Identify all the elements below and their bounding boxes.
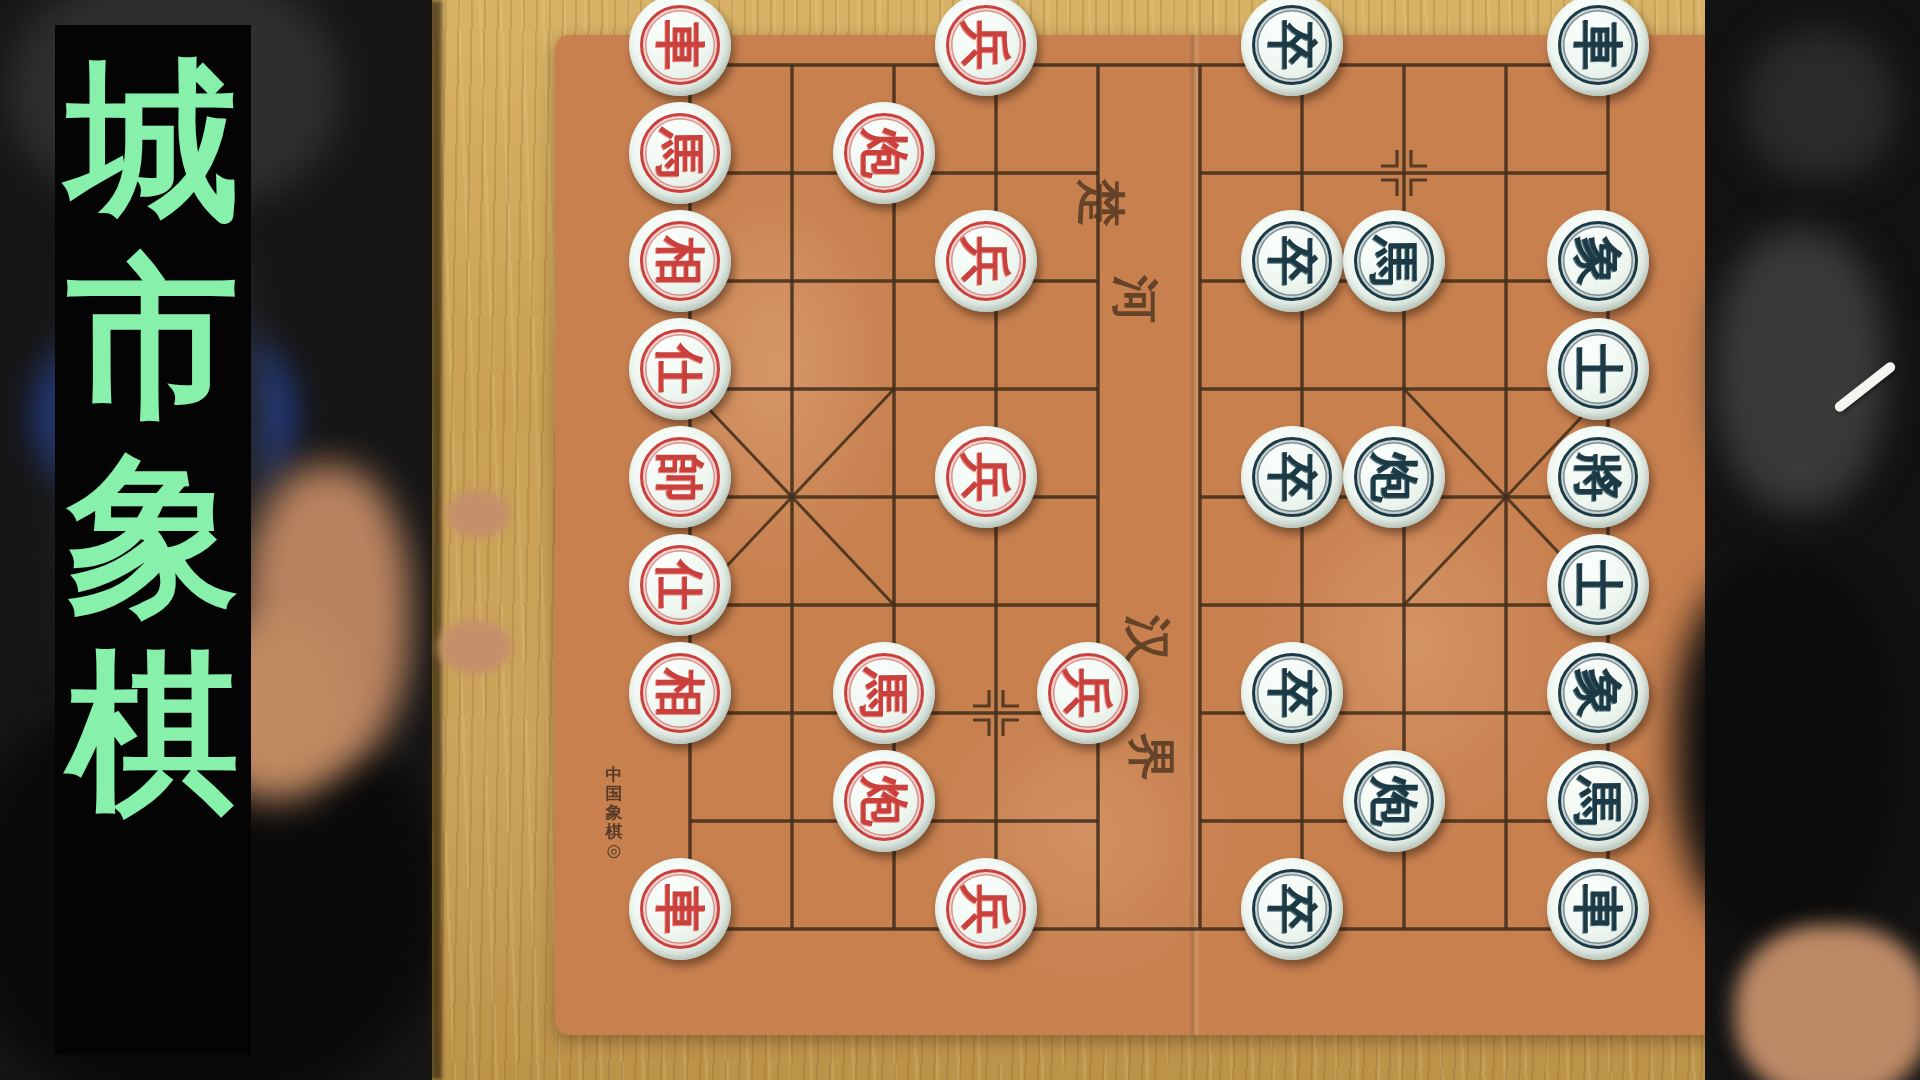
- piece-black-soldier[interactable]: 卒: [1241, 426, 1343, 528]
- red-soldier-ring: 兵: [946, 869, 1026, 949]
- red-horse-ring: 馬: [844, 653, 924, 733]
- banner-char-3: 象: [55, 437, 251, 634]
- piece-red-elephant[interactable]: 相: [629, 642, 731, 744]
- black-advisor-ring: 士: [1558, 329, 1638, 409]
- red-soldier-character: 兵: [1063, 668, 1113, 718]
- piece-red-advisor[interactable]: 仕: [629, 318, 731, 420]
- red-soldier-character: 兵: [961, 884, 1011, 934]
- black-cannon-ring: 炮: [1354, 761, 1434, 841]
- black-advisor-ring: 士: [1558, 545, 1638, 625]
- piece-red-cannon[interactable]: 炮: [833, 102, 935, 204]
- red-horse-ring: 馬: [640, 113, 720, 193]
- black-soldier-ring: 卒: [1252, 221, 1332, 301]
- river-text-chu: 楚: [1069, 179, 1133, 227]
- red-advisor-character: 仕: [655, 560, 705, 610]
- piece-red-soldier[interactable]: 兵: [1037, 642, 1139, 744]
- red-soldier-ring: 兵: [1048, 653, 1128, 733]
- red-cannon-ring: 炮: [844, 113, 924, 193]
- banner-char-4: 棋: [55, 634, 251, 831]
- piece-black-chariot[interactable]: 車: [1547, 858, 1649, 960]
- board-grid: [555, 35, 1720, 1035]
- piece-black-soldier[interactable]: 卒: [1241, 642, 1343, 744]
- red-soldier-character: 兵: [961, 236, 1011, 286]
- river-text-jie: 界: [1119, 733, 1183, 781]
- black-soldier-character: 卒: [1267, 236, 1317, 286]
- red-chariot-ring: 車: [640, 869, 720, 949]
- piece-black-soldier[interactable]: 卒: [1241, 858, 1343, 960]
- red-elephant-character: 相: [655, 236, 705, 286]
- black-soldier-character: 卒: [1267, 884, 1317, 934]
- piece-red-advisor[interactable]: 仕: [629, 534, 731, 636]
- black-general-ring: 將: [1558, 437, 1638, 517]
- piece-black-cannon[interactable]: 炮: [1343, 750, 1445, 852]
- banner-char-2: 市: [55, 240, 251, 437]
- black-cannon-ring: 炮: [1354, 437, 1434, 517]
- black-soldier-ring: 卒: [1252, 869, 1332, 949]
- piece-black-advisor[interactable]: 士: [1547, 318, 1649, 420]
- piece-black-cannon[interactable]: 炮: [1343, 426, 1445, 528]
- black-soldier-ring: 卒: [1252, 437, 1332, 517]
- piece-red-horse[interactable]: 馬: [629, 102, 731, 204]
- black-horse-ring: 馬: [1558, 761, 1638, 841]
- red-advisor-character: 仕: [655, 344, 705, 394]
- black-cannon-character: 炮: [1369, 776, 1419, 826]
- piece-red-cannon[interactable]: 炮: [833, 750, 935, 852]
- black-soldier-ring: 卒: [1252, 5, 1332, 85]
- piece-red-soldier[interactable]: 兵: [935, 426, 1037, 528]
- hand: [1735, 925, 1920, 1080]
- black-advisor-character: 士: [1573, 344, 1623, 394]
- black-general-character: 將: [1573, 452, 1623, 502]
- river-text-han: 汉: [1115, 615, 1179, 663]
- red-horse-character: 馬: [859, 668, 909, 718]
- red-soldier-ring: 兵: [946, 221, 1026, 301]
- black-elephant-character: 象: [1573, 668, 1623, 718]
- piece-red-soldier[interactable]: 兵: [935, 858, 1037, 960]
- board-brand-text: 中国象棋◎: [603, 765, 625, 860]
- red-general-character: 帥: [655, 452, 705, 502]
- piece-black-elephant[interactable]: 象: [1547, 210, 1649, 312]
- piece-red-chariot[interactable]: 車: [629, 858, 731, 960]
- black-soldier-character: 卒: [1267, 668, 1317, 718]
- piece-black-horse[interactable]: 馬: [1547, 750, 1649, 852]
- title-banner: 城 市 象 棋: [55, 25, 251, 1055]
- black-elephant-ring: 象: [1558, 653, 1638, 733]
- red-elephant-character: 相: [655, 668, 705, 718]
- red-chariot-character: 車: [655, 884, 705, 934]
- black-soldier-character: 卒: [1267, 20, 1317, 70]
- red-soldier-character: 兵: [961, 20, 1011, 70]
- red-soldier-ring: 兵: [946, 437, 1026, 517]
- piece-black-general[interactable]: 將: [1547, 426, 1649, 528]
- red-elephant-ring: 相: [640, 221, 720, 301]
- piece-black-horse[interactable]: 馬: [1343, 210, 1445, 312]
- black-chariot-ring: 車: [1558, 5, 1638, 85]
- red-elephant-ring: 相: [640, 653, 720, 733]
- black-soldier-character: 卒: [1267, 452, 1317, 502]
- table-edge: [430, 0, 442, 1080]
- black-cannon-character: 炮: [1369, 452, 1419, 502]
- red-chariot-character: 車: [655, 20, 705, 70]
- piece-red-elephant[interactable]: 相: [629, 210, 731, 312]
- black-chariot-ring: 車: [1558, 869, 1638, 949]
- river-text-he: 河: [1103, 275, 1167, 323]
- finger: [438, 620, 512, 674]
- red-chariot-ring: 車: [640, 5, 720, 85]
- red-cannon-character: 炮: [859, 128, 909, 178]
- red-cannon-character: 炮: [859, 776, 909, 826]
- black-horse-ring: 馬: [1354, 221, 1434, 301]
- piece-black-elephant[interactable]: 象: [1547, 642, 1649, 744]
- red-cannon-ring: 炮: [844, 761, 924, 841]
- red-soldier-ring: 兵: [946, 5, 1026, 85]
- red-advisor-ring: 仕: [640, 329, 720, 409]
- black-advisor-character: 士: [1573, 560, 1623, 610]
- black-soldier-ring: 卒: [1252, 653, 1332, 733]
- piece-black-soldier[interactable]: 卒: [1241, 210, 1343, 312]
- black-elephant-ring: 象: [1558, 221, 1638, 301]
- photo-stage: 楚 河 汉 界 中国象棋◎ 車馬相仕帥仕相車炮馬炮兵兵兵兵兵卒卒卒卒卒馬炮炮車象…: [0, 0, 1920, 1080]
- red-advisor-ring: 仕: [640, 545, 720, 625]
- xiangqi-board[interactable]: 楚 河 汉 界 中国象棋◎ 車馬相仕帥仕相車炮馬炮兵兵兵兵兵卒卒卒卒卒馬炮炮車象…: [555, 35, 1720, 1035]
- banner-char-1: 城: [55, 43, 251, 240]
- finger: [446, 490, 510, 538]
- black-horse-character: 馬: [1369, 236, 1419, 286]
- red-general-ring: 帥: [640, 437, 720, 517]
- piece-black-advisor[interactable]: 士: [1547, 534, 1649, 636]
- black-chariot-character: 車: [1573, 20, 1623, 70]
- piece-red-horse[interactable]: 馬: [833, 642, 935, 744]
- red-soldier-character: 兵: [961, 452, 1011, 502]
- black-elephant-character: 象: [1573, 236, 1623, 286]
- black-horse-character: 馬: [1573, 776, 1623, 826]
- piece-red-soldier[interactable]: 兵: [935, 210, 1037, 312]
- black-chariot-character: 車: [1573, 884, 1623, 934]
- piece-red-general[interactable]: 帥: [629, 426, 731, 528]
- red-horse-character: 馬: [655, 128, 705, 178]
- background-right: [1705, 0, 1920, 1080]
